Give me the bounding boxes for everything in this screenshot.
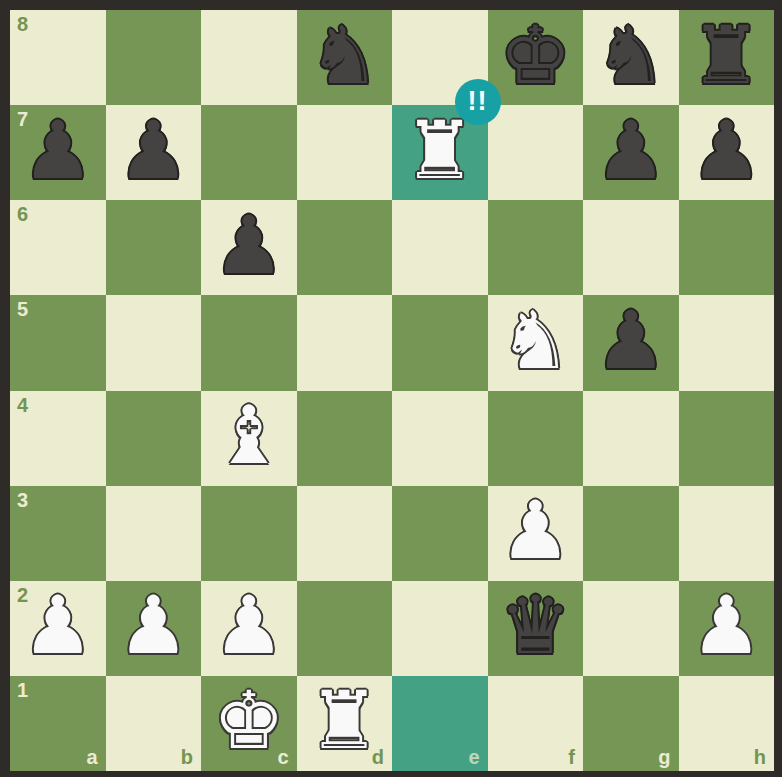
piece-black-king[interactable]: ♚ [499, 16, 571, 96]
square-d6[interactable] [297, 200, 393, 295]
piece-white-king[interactable]: ♚ [213, 681, 285, 761]
rank-label-8: 8 [17, 14, 28, 34]
file-label-b: b [181, 747, 193, 767]
piece-black-queen[interactable]: ♛ [499, 586, 571, 666]
square-g7[interactable]: ♟ [583, 105, 679, 200]
piece-black-pawn[interactable]: ♟ [595, 111, 667, 191]
file-label-a: a [86, 747, 97, 767]
piece-white-pawn[interactable]: ♟ [22, 586, 94, 666]
square-g3[interactable] [583, 486, 679, 581]
rank-label-6: 6 [17, 204, 28, 224]
square-a5[interactable]: 5 [10, 295, 106, 390]
square-d3[interactable] [297, 486, 393, 581]
file-label-f: f [568, 747, 575, 767]
piece-white-rook[interactable]: ♜ [404, 111, 476, 191]
rank-label-3: 3 [17, 490, 28, 510]
piece-black-pawn[interactable]: ♟ [22, 111, 94, 191]
square-f5[interactable]: ♞ [488, 295, 584, 390]
square-e4[interactable] [392, 391, 488, 486]
square-b2[interactable]: ♟ [106, 581, 202, 676]
square-a1[interactable]: 1a [10, 676, 106, 771]
piece-black-pawn[interactable]: ♟ [690, 111, 762, 191]
square-a2[interactable]: 2♟ [10, 581, 106, 676]
file-label-h: h [754, 747, 766, 767]
piece-white-rook[interactable]: ♜ [308, 681, 380, 761]
square-h3[interactable] [679, 486, 775, 581]
piece-white-pawn[interactable]: ♟ [117, 586, 189, 666]
square-f1[interactable]: f [488, 676, 584, 771]
file-label-e: e [468, 747, 479, 767]
square-f2[interactable]: ♛ [488, 581, 584, 676]
square-d4[interactable] [297, 391, 393, 486]
square-a7[interactable]: 7♟ [10, 105, 106, 200]
square-b3[interactable] [106, 486, 202, 581]
square-g8[interactable]: ♞ [583, 10, 679, 105]
square-c7[interactable] [201, 105, 297, 200]
square-g1[interactable]: g [583, 676, 679, 771]
square-f6[interactable] [488, 200, 584, 295]
square-h1[interactable]: h [679, 676, 775, 771]
square-e3[interactable] [392, 486, 488, 581]
square-d7[interactable] [297, 105, 393, 200]
square-b1[interactable]: b [106, 676, 202, 771]
square-e6[interactable] [392, 200, 488, 295]
square-c3[interactable] [201, 486, 297, 581]
square-h5[interactable] [679, 295, 775, 390]
rank-label-1: 1 [17, 680, 28, 700]
square-f4[interactable] [488, 391, 584, 486]
square-d1[interactable]: d♜ [297, 676, 393, 771]
square-c4[interactable]: ♝ [201, 391, 297, 486]
square-h2[interactable]: ♟ [679, 581, 775, 676]
square-c1[interactable]: c♚ [201, 676, 297, 771]
piece-black-pawn[interactable]: ♟ [213, 206, 285, 286]
square-g6[interactable] [583, 200, 679, 295]
square-a8[interactable]: 8 [10, 10, 106, 105]
square-a3[interactable]: 3 [10, 486, 106, 581]
square-c2[interactable]: ♟ [201, 581, 297, 676]
piece-white-pawn[interactable]: ♟ [690, 586, 762, 666]
file-label-g: g [658, 747, 670, 767]
chess-board: 8♞♚♞♜7♟♟♜♟♟6♟5♞♟4♝3♟2♟♟♟♛♟1abc♚d♜efgh !! [10, 10, 774, 771]
square-f3[interactable]: ♟ [488, 486, 584, 581]
square-b6[interactable] [106, 200, 202, 295]
square-b7[interactable]: ♟ [106, 105, 202, 200]
square-c8[interactable] [201, 10, 297, 105]
square-c6[interactable]: ♟ [201, 200, 297, 295]
square-c5[interactable] [201, 295, 297, 390]
square-d8[interactable]: ♞ [297, 10, 393, 105]
piece-black-rook[interactable]: ♜ [690, 16, 762, 96]
square-g5[interactable]: ♟ [583, 295, 679, 390]
square-f8[interactable]: ♚ [488, 10, 584, 105]
square-d5[interactable] [297, 295, 393, 390]
square-e2[interactable] [392, 581, 488, 676]
piece-white-bishop[interactable]: ♝ [213, 396, 285, 476]
square-b8[interactable] [106, 10, 202, 105]
square-h4[interactable] [679, 391, 775, 486]
piece-black-knight[interactable]: ♞ [308, 16, 380, 96]
square-h6[interactable] [679, 200, 775, 295]
piece-white-pawn[interactable]: ♟ [213, 586, 285, 666]
square-b5[interactable] [106, 295, 202, 390]
square-g4[interactable] [583, 391, 679, 486]
square-h8[interactable]: ♜ [679, 10, 775, 105]
square-a6[interactable]: 6 [10, 200, 106, 295]
piece-white-pawn[interactable]: ♟ [499, 491, 571, 571]
piece-black-pawn[interactable]: ♟ [117, 111, 189, 191]
square-d2[interactable] [297, 581, 393, 676]
piece-black-knight[interactable]: ♞ [595, 16, 667, 96]
piece-black-pawn[interactable]: ♟ [595, 301, 667, 381]
square-g2[interactable] [583, 581, 679, 676]
square-b4[interactable] [106, 391, 202, 486]
brilliant-move-badge: !! [455, 79, 501, 125]
square-a4[interactable]: 4 [10, 391, 106, 486]
square-e5[interactable] [392, 295, 488, 390]
square-e1[interactable]: e [392, 676, 488, 771]
rank-label-4: 4 [17, 395, 28, 415]
square-h7[interactable]: ♟ [679, 105, 775, 200]
piece-white-knight[interactable]: ♞ [499, 301, 571, 381]
square-f7[interactable] [488, 105, 584, 200]
brilliant-move-label: !! [468, 88, 488, 115]
rank-label-5: 5 [17, 299, 28, 319]
board-frame: 8♞♚♞♜7♟♟♜♟♟6♟5♞♟4♝3♟2♟♟♟♛♟1abc♚d♜efgh !! [0, 0, 782, 777]
